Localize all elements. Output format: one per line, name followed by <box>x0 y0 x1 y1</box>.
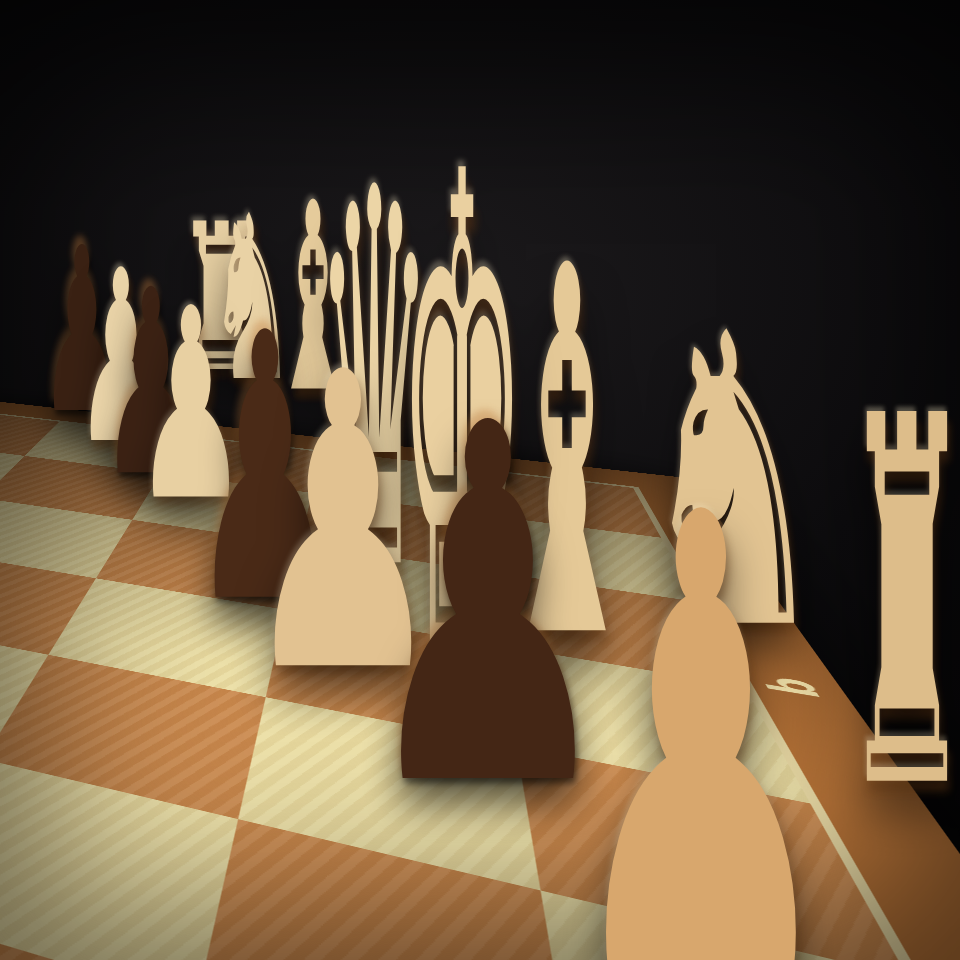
chess-photo-stage: b ♜♞♝♛♚♝♞♜♟♟♟♟♟♟♟♟ <box>0 0 960 960</box>
light-rook-front-piece[interactable]: ♜ <box>843 353 960 859</box>
light-pawn-8-piece[interactable]: ♟ <box>559 435 843 960</box>
pieces-layer: ♜♞♝♛♚♝♞♜♟♟♟♟♟♟♟♟ <box>0 0 960 960</box>
